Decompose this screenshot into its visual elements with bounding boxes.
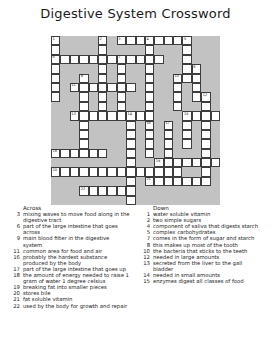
white-cell[interactable]: 21 (145, 177, 154, 186)
white-cell[interactable] (136, 36, 145, 45)
block-cell (60, 121, 69, 130)
block-cell (173, 45, 182, 54)
block-cell (70, 186, 79, 195)
block-cell (211, 139, 220, 148)
white-cell[interactable] (117, 167, 126, 176)
block-cell (117, 130, 126, 139)
block-cell (107, 64, 116, 73)
white-cell[interactable] (145, 92, 154, 101)
block-cell (107, 102, 116, 111)
block-cell (117, 149, 126, 158)
clue-number: 16 (146, 121, 150, 125)
block-cell (89, 102, 98, 111)
white-cell[interactable]: 18 (51, 149, 60, 158)
down-clues: Down 1water soluble vitamin2two simple s… (138, 205, 264, 284)
across-clue-list: 3mixing waves to move food along in the … (8, 211, 130, 309)
white-cell[interactable] (154, 55, 163, 64)
white-cell[interactable]: 14 (126, 111, 135, 120)
block-cell (51, 158, 60, 167)
block-cell (173, 196, 182, 205)
white-cell[interactable] (126, 139, 135, 148)
block-cell (164, 92, 173, 101)
white-cell[interactable] (117, 186, 126, 195)
white-cell[interactable] (79, 55, 88, 64)
white-cell[interactable] (107, 167, 116, 176)
white-cell[interactable] (201, 149, 210, 158)
block-cell (173, 130, 182, 139)
block-cell (192, 130, 201, 139)
block-cell (107, 196, 116, 205)
white-cell[interactable] (89, 167, 98, 176)
block-cell (70, 196, 79, 205)
white-cell[interactable] (145, 64, 154, 73)
white-cell[interactable]: 15 (182, 111, 191, 120)
white-cell[interactable] (145, 149, 154, 158)
block-cell (164, 111, 173, 120)
block-cell (51, 186, 60, 195)
white-cell[interactable] (182, 177, 191, 186)
block-cell (60, 158, 69, 167)
block-cell (117, 196, 126, 205)
block-cell (107, 92, 116, 101)
block-cell (51, 121, 60, 130)
white-cell[interactable]: 22 (79, 186, 88, 195)
white-cell[interactable] (192, 177, 201, 186)
white-cell[interactable] (51, 74, 60, 83)
block-cell (201, 55, 210, 64)
clue-number: 9 (81, 74, 83, 78)
white-cell[interactable] (182, 130, 191, 139)
white-cell[interactable] (164, 130, 173, 139)
white-cell[interactable] (182, 64, 191, 73)
block-cell (182, 149, 191, 158)
clue-item-number: 13 (138, 260, 153, 272)
white-cell[interactable] (70, 149, 79, 158)
block-cell (173, 55, 182, 64)
block-cell (60, 177, 69, 186)
block-cell (117, 121, 126, 130)
block-cell (136, 83, 145, 92)
white-cell[interactable] (173, 167, 182, 176)
block-cell (70, 36, 79, 45)
block-cell (154, 186, 163, 195)
white-cell[interactable] (98, 74, 107, 83)
block-cell (211, 55, 220, 64)
white-cell[interactable] (98, 186, 107, 195)
block-cell (107, 121, 116, 130)
white-cell[interactable]: 16 (145, 121, 154, 130)
white-cell[interactable] (173, 102, 182, 111)
white-cell[interactable] (211, 111, 220, 120)
block-cell (201, 74, 210, 83)
white-cell[interactable] (201, 111, 210, 120)
block-cell (60, 111, 69, 120)
block-cell (173, 64, 182, 73)
white-cell[interactable] (89, 149, 98, 158)
block-cell (126, 102, 135, 111)
clue-number: 6 (53, 55, 55, 59)
white-cell[interactable]: 17 (164, 121, 173, 130)
block-cell (182, 196, 191, 205)
clue-number: 17 (165, 121, 169, 125)
block-cell (60, 130, 69, 139)
block-cell (70, 74, 79, 83)
white-cell[interactable] (60, 167, 69, 176)
block-cell (145, 196, 154, 205)
clue-number: 3 (118, 37, 120, 41)
white-cell[interactable] (192, 158, 201, 167)
block-cell (211, 64, 220, 73)
white-cell[interactable]: 13 (70, 111, 79, 120)
white-cell[interactable] (51, 83, 60, 92)
white-cell[interactable] (164, 158, 173, 167)
white-cell[interactable] (145, 74, 154, 83)
white-cell[interactable] (89, 186, 98, 195)
white-cell[interactable] (117, 111, 126, 120)
block-cell (201, 83, 210, 92)
block-cell (211, 167, 220, 176)
white-cell[interactable] (173, 158, 182, 167)
block-cell (192, 149, 201, 158)
block-cell (60, 36, 69, 45)
white-cell[interactable] (164, 177, 173, 186)
white-cell[interactable] (136, 167, 145, 176)
white-cell[interactable] (117, 83, 126, 92)
clue-item: 18the amount of energy needed to raise 1… (8, 272, 130, 284)
white-cell[interactable] (201, 102, 210, 111)
clue-number: 10 (175, 74, 179, 78)
white-cell[interactable] (192, 92, 201, 101)
white-cell[interactable] (145, 111, 154, 120)
white-cell[interactable] (60, 149, 69, 158)
block-cell (60, 83, 69, 92)
white-cell[interactable] (79, 102, 88, 111)
block-cell (60, 186, 69, 195)
clue-number: 11 (71, 83, 75, 87)
block-cell (117, 158, 126, 167)
clue-number: 20 (53, 168, 57, 172)
block-cell (192, 139, 201, 148)
clue-item-text: used by the body for growth and repair (23, 303, 130, 309)
block-cell (192, 102, 201, 111)
white-cell[interactable] (154, 36, 163, 45)
white-cell[interactable] (145, 139, 154, 148)
clue-item-number: 9 (8, 235, 23, 247)
white-cell[interactable]: 12 (201, 92, 210, 101)
white-cell[interactable] (201, 121, 210, 130)
block-cell (201, 64, 210, 73)
white-cell[interactable] (192, 74, 201, 83)
block-cell (154, 64, 163, 73)
white-cell[interactable] (79, 83, 88, 92)
white-cell[interactable] (79, 111, 88, 120)
block-cell (173, 121, 182, 130)
white-cell[interactable] (117, 102, 126, 111)
block-cell (126, 45, 135, 54)
clue-item: 9main blood filter in the digestive syst… (8, 235, 130, 247)
block-cell (192, 186, 201, 195)
block-cell (154, 139, 163, 148)
white-cell[interactable] (211, 158, 220, 167)
white-cell[interactable]: 5 (182, 36, 191, 45)
white-cell[interactable] (201, 158, 210, 167)
white-cell[interactable] (60, 55, 69, 64)
block-cell (173, 139, 182, 148)
white-cell[interactable] (145, 102, 154, 111)
white-cell[interactable] (126, 167, 135, 176)
white-cell[interactable]: 3 (117, 36, 126, 45)
block-cell (89, 36, 98, 45)
white-cell[interactable]: 2 (98, 36, 107, 45)
block-cell (107, 158, 116, 167)
block-cell (201, 45, 210, 54)
white-cell[interactable] (98, 102, 107, 111)
white-cell[interactable] (154, 177, 163, 186)
block-cell (211, 102, 220, 111)
white-cell[interactable] (98, 149, 107, 158)
block-cell (89, 45, 98, 54)
white-cell[interactable] (51, 64, 60, 73)
block-cell (154, 102, 163, 111)
white-cell[interactable] (89, 55, 98, 64)
white-cell[interactable] (79, 92, 88, 101)
block-cell (154, 92, 163, 101)
clue-item-text: probably the hardest substance produced … (23, 254, 130, 266)
white-cell[interactable]: 9 (79, 74, 88, 83)
white-cell[interactable] (182, 121, 191, 130)
white-cell[interactable] (201, 167, 210, 176)
block-cell (154, 83, 163, 92)
block-cell (60, 196, 69, 205)
white-cell[interactable] (126, 186, 135, 195)
block-cell (136, 130, 145, 139)
white-cell[interactable] (79, 121, 88, 130)
white-cell[interactable] (145, 130, 154, 139)
down-clue-list: 1water soluble vitamin2two simple sugars… (138, 211, 264, 284)
white-cell[interactable] (117, 64, 126, 73)
white-cell[interactable] (98, 167, 107, 176)
clue-number: 2 (99, 37, 101, 41)
white-cell[interactable] (145, 45, 154, 54)
white-cell[interactable] (145, 55, 154, 64)
block-cell (211, 186, 220, 195)
clue-number: 18 (53, 149, 57, 153)
block-cell (201, 196, 210, 205)
white-cell[interactable]: 10 (173, 74, 182, 83)
block-cell (60, 92, 69, 101)
white-cell[interactable] (126, 55, 135, 64)
white-cell[interactable] (126, 36, 135, 45)
white-cell[interactable] (173, 92, 182, 101)
white-cell[interactable] (79, 167, 88, 176)
block-cell (211, 177, 220, 186)
block-cell (211, 149, 220, 158)
white-cell[interactable] (98, 92, 107, 101)
block-cell (136, 177, 145, 186)
clue-item: 3mixing waves to move food along in the … (8, 211, 130, 223)
white-cell[interactable] (117, 92, 126, 101)
block-cell (211, 121, 220, 130)
block-cell (60, 139, 69, 148)
block-cell (126, 74, 135, 83)
block-cell (145, 158, 154, 167)
white-cell[interactable] (98, 55, 107, 64)
white-cell[interactable] (182, 139, 191, 148)
white-cell[interactable]: 8 (192, 64, 201, 73)
block-cell (79, 45, 88, 54)
white-cell[interactable] (145, 167, 154, 176)
block-cell (107, 149, 116, 158)
block-cell (154, 111, 163, 120)
block-cell (89, 64, 98, 73)
clue-item-number: 18 (8, 272, 23, 284)
white-cell[interactable] (79, 139, 88, 148)
block-cell (70, 45, 79, 54)
block-cell (192, 36, 201, 45)
white-cell[interactable] (173, 177, 182, 186)
white-cell[interactable] (79, 149, 88, 158)
white-cell[interactable] (192, 111, 201, 120)
block-cell (117, 45, 126, 54)
white-cell[interactable] (98, 64, 107, 73)
block-cell (60, 102, 69, 111)
white-cell[interactable]: 20 (51, 167, 60, 176)
block-cell (182, 186, 191, 195)
white-cell[interactable] (98, 45, 107, 54)
white-cell[interactable] (126, 121, 135, 130)
white-cell[interactable] (164, 139, 173, 148)
block-cell (136, 92, 145, 101)
clue-number: 4 (146, 37, 148, 41)
block-cell (154, 149, 163, 158)
block-cell (117, 139, 126, 148)
block-cell (98, 196, 107, 205)
white-cell[interactable] (173, 36, 182, 45)
white-cell[interactable] (182, 158, 191, 167)
block-cell (89, 74, 98, 83)
block-cell (70, 121, 79, 130)
block-cell (107, 177, 116, 186)
white-cell[interactable] (192, 83, 201, 92)
white-cell[interactable] (117, 74, 126, 83)
block-cell (107, 45, 116, 54)
block-cell (211, 36, 220, 45)
white-cell[interactable] (136, 55, 145, 64)
block-cell (136, 121, 145, 130)
white-cell[interactable] (126, 83, 135, 92)
block-cell (107, 74, 116, 83)
clue-item: 15enzymes digest all classes of food (138, 278, 264, 284)
clue-item-text: part of the large intestine that goes ac… (23, 223, 130, 235)
white-cell[interactable] (173, 83, 182, 92)
block-cell (164, 196, 173, 205)
clue-number: 21 (146, 177, 150, 181)
white-cell[interactable]: 1 (51, 36, 60, 45)
white-cell[interactable] (154, 167, 163, 176)
clue-number: 13 (71, 112, 75, 116)
white-cell[interactable] (126, 130, 135, 139)
white-cell[interactable] (201, 139, 210, 148)
white-cell[interactable]: 6 (51, 55, 60, 64)
white-cell[interactable] (164, 36, 173, 45)
block-cell (70, 64, 79, 73)
block-cell (70, 102, 79, 111)
white-cell[interactable] (89, 83, 98, 92)
clue-number: 5 (184, 37, 186, 41)
clue-item-number: 3 (8, 211, 23, 223)
clue-item-text: mixing waves to move food along in the d… (23, 211, 130, 223)
block-cell (51, 196, 60, 205)
clue-item-number: 6 (8, 223, 23, 235)
block-cell (126, 92, 135, 101)
clue-item: 16probably the hardest substance produce… (8, 254, 130, 266)
clue-number: 15 (184, 112, 188, 116)
block-cell (70, 130, 79, 139)
white-cell[interactable]: 7 (117, 55, 126, 64)
block-cell (164, 186, 173, 195)
block-cell (79, 177, 88, 186)
clue-item-number: 15 (138, 278, 153, 284)
block-cell (211, 83, 220, 92)
clue-item-text: secreted from the liver to the gall blad… (153, 260, 264, 272)
white-cell[interactable]: 4 (145, 36, 154, 45)
white-cell[interactable] (164, 149, 173, 158)
block-cell (136, 102, 145, 111)
white-cell[interactable] (145, 83, 154, 92)
white-cell[interactable] (51, 92, 60, 101)
white-cell[interactable] (70, 55, 79, 64)
block-cell (89, 92, 98, 101)
white-cell[interactable] (98, 111, 107, 120)
white-cell[interactable] (107, 186, 116, 195)
block-cell (211, 45, 220, 54)
white-cell[interactable] (164, 167, 173, 176)
white-cell[interactable]: 19 (154, 158, 163, 167)
block-cell (70, 177, 79, 186)
block-cell (60, 45, 69, 54)
white-cell[interactable] (79, 130, 88, 139)
white-cell[interactable] (98, 83, 107, 92)
white-cell[interactable] (70, 167, 79, 176)
block-cell (89, 196, 98, 205)
white-cell[interactable] (126, 149, 135, 158)
block-cell (173, 111, 182, 120)
white-cell[interactable] (126, 158, 135, 167)
white-cell[interactable] (126, 177, 135, 186)
white-cell[interactable] (89, 111, 98, 120)
white-cell[interactable] (126, 196, 135, 205)
white-cell[interactable] (107, 111, 116, 120)
block-cell (98, 158, 107, 167)
white-cell[interactable] (201, 130, 210, 139)
crossword-grid: 12345678910111213141516171819202122 (51, 36, 220, 205)
white-cell[interactable] (51, 45, 60, 54)
white-cell[interactable] (182, 45, 191, 54)
clue-item: 22used by the body for growth and repair (8, 303, 130, 309)
white-cell[interactable]: 11 (70, 83, 79, 92)
block-cell (173, 149, 182, 158)
clue-number: 7 (118, 55, 120, 59)
white-cell[interactable] (201, 177, 210, 186)
white-cell[interactable] (182, 55, 191, 64)
white-cell[interactable] (136, 111, 145, 120)
white-cell[interactable] (182, 74, 191, 83)
block-cell (70, 158, 79, 167)
across-clues: Across 3mixing waves to move food along … (8, 205, 130, 309)
clue-number: 12 (203, 93, 207, 97)
white-cell[interactable] (107, 83, 116, 92)
white-cell[interactable] (107, 55, 116, 64)
